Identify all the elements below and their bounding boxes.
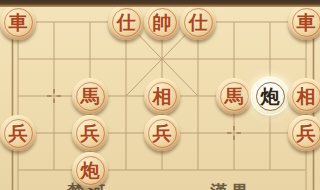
piece-glyph: 馬 bbox=[216, 78, 252, 114]
piece-glyph: 炮 bbox=[72, 152, 108, 188]
xiangqi-board[interactable]: 車仕帥仕車馬相馬炮相兵兵兵兵炮 bbox=[0, 4, 320, 189]
piece-glyph: 相 bbox=[288, 78, 320, 114]
piece-red-elephant-i3[interactable]: 相 bbox=[288, 78, 320, 114]
piece-glyph: 車 bbox=[288, 4, 320, 40]
piece-glyph: 炮 bbox=[252, 78, 288, 114]
piece-red-soldier-i4[interactable]: 兵 bbox=[288, 115, 320, 151]
piece-glyph: 兵 bbox=[144, 115, 180, 151]
piece-red-soldier-c4[interactable]: 兵 bbox=[72, 115, 108, 151]
piece-red-advisor-d1[interactable]: 仕 bbox=[108, 4, 144, 40]
piece-glyph: 仕 bbox=[180, 4, 216, 40]
piece-red-chariot-i1[interactable]: 車 bbox=[288, 4, 320, 40]
top-bar bbox=[0, 0, 320, 7]
piece-red-horse-g3[interactable]: 馬 bbox=[216, 78, 252, 114]
piece-red-general-e1[interactable]: 帥 bbox=[144, 4, 180, 40]
piece-glyph: 仕 bbox=[108, 4, 144, 40]
piece-glyph: 車 bbox=[0, 4, 36, 40]
piece-red-horse-c3[interactable]: 馬 bbox=[72, 78, 108, 114]
piece-red-chariot-a1[interactable]: 車 bbox=[0, 4, 36, 40]
piece-black-cannon-h3[interactable]: 炮 bbox=[252, 78, 288, 114]
piece-red-soldier-a4[interactable]: 兵 bbox=[0, 115, 36, 151]
piece-glyph: 兵 bbox=[0, 115, 36, 151]
xiangqi-app-screen: 楚河 漢界 車仕帥仕車馬相馬炮相兵兵兵兵炮 bbox=[0, 0, 320, 190]
piece-glyph: 帥 bbox=[144, 4, 180, 40]
piece-glyph: 兵 bbox=[72, 115, 108, 151]
piece-glyph: 兵 bbox=[288, 115, 320, 151]
piece-red-cannon-c5[interactable]: 炮 bbox=[72, 152, 108, 188]
piece-glyph: 馬 bbox=[72, 78, 108, 114]
piece-red-soldier-e4[interactable]: 兵 bbox=[144, 115, 180, 151]
piece-red-elephant-e3[interactable]: 相 bbox=[144, 78, 180, 114]
piece-glyph: 相 bbox=[144, 78, 180, 114]
piece-red-advisor-f1[interactable]: 仕 bbox=[180, 4, 216, 40]
